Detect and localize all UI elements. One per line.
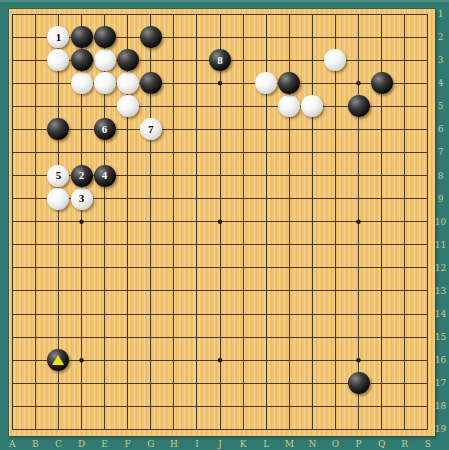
intersection-R15[interactable] bbox=[393, 326, 416, 349]
intersection-B8[interactable] bbox=[24, 164, 47, 187]
intersection-L8[interactable] bbox=[255, 164, 278, 187]
intersection-H10[interactable] bbox=[162, 210, 185, 233]
intersection-Q12[interactable] bbox=[370, 256, 393, 279]
intersection-N2[interactable] bbox=[301, 26, 324, 49]
intersection-J16[interactable] bbox=[209, 349, 232, 372]
intersection-P15[interactable] bbox=[347, 326, 370, 349]
intersection-D13[interactable] bbox=[70, 279, 93, 302]
intersection-K9[interactable] bbox=[232, 187, 255, 210]
intersection-F13[interactable] bbox=[116, 279, 139, 302]
stone-black-F3[interactable] bbox=[117, 49, 139, 71]
intersection-C11[interactable] bbox=[47, 233, 70, 256]
intersection-E16[interactable] bbox=[93, 349, 116, 372]
intersection-H2[interactable] bbox=[162, 26, 185, 49]
intersection-G1[interactable] bbox=[139, 3, 162, 26]
intersection-P11[interactable] bbox=[347, 233, 370, 256]
intersection-R11[interactable] bbox=[393, 233, 416, 256]
intersection-J4[interactable] bbox=[209, 72, 232, 95]
stone-white-F5[interactable] bbox=[117, 95, 139, 117]
intersection-N12[interactable] bbox=[301, 256, 324, 279]
intersection-G8[interactable] bbox=[139, 164, 162, 187]
intersection-K11[interactable] bbox=[232, 233, 255, 256]
intersection-B13[interactable] bbox=[24, 279, 47, 302]
intersection-P14[interactable] bbox=[347, 303, 370, 326]
intersection-F7[interactable] bbox=[116, 141, 139, 164]
intersection-C14[interactable] bbox=[47, 303, 70, 326]
intersection-K12[interactable] bbox=[232, 256, 255, 279]
intersection-F12[interactable] bbox=[116, 256, 139, 279]
intersection-P6[interactable] bbox=[347, 118, 370, 141]
stone-black-D2[interactable] bbox=[71, 26, 93, 48]
intersection-J7[interactable] bbox=[209, 141, 232, 164]
intersection-L14[interactable] bbox=[255, 303, 278, 326]
intersection-J8[interactable] bbox=[209, 164, 232, 187]
intersection-Q6[interactable] bbox=[370, 118, 393, 141]
intersection-G10[interactable] bbox=[139, 210, 162, 233]
intersection-F10[interactable] bbox=[116, 210, 139, 233]
intersection-L7[interactable] bbox=[255, 141, 278, 164]
intersection-F17[interactable] bbox=[116, 372, 139, 395]
intersection-Q14[interactable] bbox=[370, 303, 393, 326]
intersection-K14[interactable] bbox=[232, 303, 255, 326]
intersection-P7[interactable] bbox=[347, 141, 370, 164]
intersection-D15[interactable] bbox=[70, 326, 93, 349]
intersection-J10[interactable] bbox=[209, 210, 232, 233]
intersection-M3[interactable] bbox=[278, 49, 301, 72]
intersection-R10[interactable] bbox=[393, 210, 416, 233]
intersection-I1[interactable] bbox=[185, 3, 208, 26]
intersection-N14[interactable] bbox=[301, 303, 324, 326]
intersection-E10[interactable] bbox=[93, 210, 116, 233]
intersection-M15[interactable] bbox=[278, 326, 301, 349]
intersection-M7[interactable] bbox=[278, 141, 301, 164]
intersection-P9[interactable] bbox=[347, 187, 370, 210]
intersection-E13[interactable] bbox=[93, 279, 116, 302]
intersection-D12[interactable] bbox=[70, 256, 93, 279]
stone-black-D8[interactable]: 2 bbox=[71, 165, 93, 187]
intersection-H14[interactable] bbox=[162, 303, 185, 326]
intersection-M17[interactable] bbox=[278, 372, 301, 395]
intersection-Q9[interactable] bbox=[370, 187, 393, 210]
intersection-M14[interactable] bbox=[278, 303, 301, 326]
intersection-F9[interactable] bbox=[116, 187, 139, 210]
intersection-K13[interactable] bbox=[232, 279, 255, 302]
intersection-G12[interactable] bbox=[139, 256, 162, 279]
intersection-A6[interactable] bbox=[1, 118, 24, 141]
intersection-L15[interactable] bbox=[255, 326, 278, 349]
intersection-C13[interactable] bbox=[47, 279, 70, 302]
intersection-O6[interactable] bbox=[324, 118, 347, 141]
intersection-A2[interactable] bbox=[1, 26, 24, 49]
intersection-P16[interactable] bbox=[347, 349, 370, 372]
intersection-Q10[interactable] bbox=[370, 210, 393, 233]
intersection-O8[interactable] bbox=[324, 164, 347, 187]
intersection-O5[interactable] bbox=[324, 95, 347, 118]
intersection-B17[interactable] bbox=[24, 372, 47, 395]
intersection-G15[interactable] bbox=[139, 326, 162, 349]
stone-black-G2[interactable] bbox=[140, 26, 162, 48]
intersection-K17[interactable] bbox=[232, 372, 255, 395]
stone-black-P5[interactable] bbox=[348, 95, 370, 117]
stone-black-D3[interactable] bbox=[71, 49, 93, 71]
stone-white-G6[interactable]: 7 bbox=[140, 118, 162, 140]
intersection-N16[interactable] bbox=[301, 349, 324, 372]
stone-black-E2[interactable] bbox=[94, 26, 116, 48]
intersection-O15[interactable] bbox=[324, 326, 347, 349]
intersection-Q5[interactable] bbox=[370, 95, 393, 118]
intersection-I3[interactable] bbox=[185, 49, 208, 72]
intersection-N3[interactable] bbox=[301, 49, 324, 72]
intersection-R2[interactable] bbox=[393, 26, 416, 49]
intersection-O9[interactable] bbox=[324, 187, 347, 210]
intersection-Q3[interactable] bbox=[370, 49, 393, 72]
intersection-A12[interactable] bbox=[1, 256, 24, 279]
intersection-D10[interactable] bbox=[70, 210, 93, 233]
stone-white-C9[interactable] bbox=[47, 188, 69, 210]
intersection-A5[interactable] bbox=[1, 95, 24, 118]
intersection-G18[interactable] bbox=[139, 395, 162, 418]
intersection-F1[interactable] bbox=[116, 3, 139, 26]
intersection-P12[interactable] bbox=[347, 256, 370, 279]
intersection-B2[interactable] bbox=[24, 26, 47, 49]
intersection-G17[interactable] bbox=[139, 372, 162, 395]
intersection-N10[interactable] bbox=[301, 210, 324, 233]
intersection-E15[interactable] bbox=[93, 326, 116, 349]
intersection-L9[interactable] bbox=[255, 187, 278, 210]
intersection-I4[interactable] bbox=[185, 72, 208, 95]
intersection-D7[interactable] bbox=[70, 141, 93, 164]
intersection-A14[interactable] bbox=[1, 303, 24, 326]
intersection-L11[interactable] bbox=[255, 233, 278, 256]
intersection-M9[interactable] bbox=[278, 187, 301, 210]
intersection-K16[interactable] bbox=[232, 349, 255, 372]
intersection-I13[interactable] bbox=[185, 279, 208, 302]
intersection-O18[interactable] bbox=[324, 395, 347, 418]
intersection-E12[interactable] bbox=[93, 256, 116, 279]
intersection-K1[interactable] bbox=[232, 3, 255, 26]
intersection-L12[interactable] bbox=[255, 256, 278, 279]
intersection-E11[interactable] bbox=[93, 233, 116, 256]
intersection-A9[interactable] bbox=[1, 187, 24, 210]
intersection-K15[interactable] bbox=[232, 326, 255, 349]
intersection-M18[interactable] bbox=[278, 395, 301, 418]
intersection-H12[interactable] bbox=[162, 256, 185, 279]
intersection-A8[interactable] bbox=[1, 164, 24, 187]
intersection-A15[interactable] bbox=[1, 326, 24, 349]
intersection-I12[interactable] bbox=[185, 256, 208, 279]
stone-white-D4[interactable] bbox=[71, 72, 93, 94]
intersection-O17[interactable] bbox=[324, 372, 347, 395]
intersection-J15[interactable] bbox=[209, 326, 232, 349]
intersection-H3[interactable] bbox=[162, 49, 185, 72]
intersection-D18[interactable] bbox=[70, 395, 93, 418]
intersection-M11[interactable] bbox=[278, 233, 301, 256]
intersection-J14[interactable] bbox=[209, 303, 232, 326]
intersection-Q18[interactable] bbox=[370, 395, 393, 418]
intersection-N8[interactable] bbox=[301, 164, 324, 187]
stone-black-Q4[interactable] bbox=[371, 72, 393, 94]
intersection-B4[interactable] bbox=[24, 72, 47, 95]
stone-white-C8[interactable]: 5 bbox=[47, 165, 69, 187]
intersection-P4[interactable] bbox=[347, 72, 370, 95]
intersection-M10[interactable] bbox=[278, 210, 301, 233]
intersection-C18[interactable] bbox=[47, 395, 70, 418]
intersection-R6[interactable] bbox=[393, 118, 416, 141]
intersection-I7[interactable] bbox=[185, 141, 208, 164]
intersection-N4[interactable] bbox=[301, 72, 324, 95]
intersection-H6[interactable] bbox=[162, 118, 185, 141]
intersection-L5[interactable] bbox=[255, 95, 278, 118]
intersection-C12[interactable] bbox=[47, 256, 70, 279]
intersection-Q15[interactable] bbox=[370, 326, 393, 349]
intersection-I14[interactable] bbox=[185, 303, 208, 326]
intersection-Q16[interactable] bbox=[370, 349, 393, 372]
intersection-J2[interactable] bbox=[209, 26, 232, 49]
intersection-C5[interactable] bbox=[47, 95, 70, 118]
intersection-K5[interactable] bbox=[232, 95, 255, 118]
intersection-C17[interactable] bbox=[47, 372, 70, 395]
intersection-L18[interactable] bbox=[255, 395, 278, 418]
intersection-E5[interactable] bbox=[93, 95, 116, 118]
intersection-A7[interactable] bbox=[1, 141, 24, 164]
intersection-R13[interactable] bbox=[393, 279, 416, 302]
intersection-A10[interactable] bbox=[1, 210, 24, 233]
intersection-A1[interactable] bbox=[1, 3, 24, 26]
intersection-P10[interactable] bbox=[347, 210, 370, 233]
stone-black-E8[interactable]: 4 bbox=[94, 165, 116, 187]
intersection-L16[interactable] bbox=[255, 349, 278, 372]
intersection-P18[interactable] bbox=[347, 395, 370, 418]
intersection-R1[interactable] bbox=[393, 3, 416, 26]
intersection-B1[interactable] bbox=[24, 3, 47, 26]
intersection-E17[interactable] bbox=[93, 372, 116, 395]
intersection-J12[interactable] bbox=[209, 256, 232, 279]
intersection-B9[interactable] bbox=[24, 187, 47, 210]
intersection-G5[interactable] bbox=[139, 95, 162, 118]
intersection-K3[interactable] bbox=[232, 49, 255, 72]
intersection-J5[interactable] bbox=[209, 95, 232, 118]
intersection-G11[interactable] bbox=[139, 233, 162, 256]
intersection-G16[interactable] bbox=[139, 349, 162, 372]
intersection-B5[interactable] bbox=[24, 95, 47, 118]
stone-white-F4[interactable] bbox=[117, 72, 139, 94]
intersection-E14[interactable] bbox=[93, 303, 116, 326]
intersection-R3[interactable] bbox=[393, 49, 416, 72]
intersection-G9[interactable] bbox=[139, 187, 162, 210]
intersection-H11[interactable] bbox=[162, 233, 185, 256]
intersection-R8[interactable] bbox=[393, 164, 416, 187]
intersection-H5[interactable] bbox=[162, 95, 185, 118]
intersection-B10[interactable] bbox=[24, 210, 47, 233]
intersection-C1[interactable] bbox=[47, 3, 70, 26]
intersection-L17[interactable] bbox=[255, 372, 278, 395]
intersection-P2[interactable] bbox=[347, 26, 370, 49]
intersection-D6[interactable] bbox=[70, 118, 93, 141]
intersection-O10[interactable] bbox=[324, 210, 347, 233]
intersection-K2[interactable] bbox=[232, 26, 255, 49]
intersection-A18[interactable] bbox=[1, 395, 24, 418]
intersection-A13[interactable] bbox=[1, 279, 24, 302]
intersection-D11[interactable] bbox=[70, 233, 93, 256]
intersection-I18[interactable] bbox=[185, 395, 208, 418]
intersection-B14[interactable] bbox=[24, 303, 47, 326]
intersection-M6[interactable] bbox=[278, 118, 301, 141]
intersection-O12[interactable] bbox=[324, 256, 347, 279]
intersection-C4[interactable] bbox=[47, 72, 70, 95]
intersection-H1[interactable] bbox=[162, 3, 185, 26]
intersection-F6[interactable] bbox=[116, 118, 139, 141]
intersection-B7[interactable] bbox=[24, 141, 47, 164]
intersection-M12[interactable] bbox=[278, 256, 301, 279]
intersection-M16[interactable] bbox=[278, 349, 301, 372]
intersection-H16[interactable] bbox=[162, 349, 185, 372]
intersection-P1[interactable] bbox=[347, 3, 370, 26]
intersection-R9[interactable] bbox=[393, 187, 416, 210]
intersection-Q1[interactable] bbox=[370, 3, 393, 26]
intersection-O7[interactable] bbox=[324, 141, 347, 164]
intersection-N15[interactable] bbox=[301, 326, 324, 349]
intersection-R12[interactable] bbox=[393, 256, 416, 279]
intersection-N6[interactable] bbox=[301, 118, 324, 141]
intersection-K7[interactable] bbox=[232, 141, 255, 164]
intersection-F15[interactable] bbox=[116, 326, 139, 349]
intersection-H7[interactable] bbox=[162, 141, 185, 164]
intersection-J1[interactable] bbox=[209, 3, 232, 26]
intersection-B3[interactable] bbox=[24, 49, 47, 72]
intersection-D17[interactable] bbox=[70, 372, 93, 395]
intersection-M1[interactable] bbox=[278, 3, 301, 26]
intersection-N7[interactable] bbox=[301, 141, 324, 164]
intersection-K10[interactable] bbox=[232, 210, 255, 233]
intersection-I9[interactable] bbox=[185, 187, 208, 210]
intersection-I6[interactable] bbox=[185, 118, 208, 141]
intersection-H9[interactable] bbox=[162, 187, 185, 210]
intersection-N17[interactable] bbox=[301, 372, 324, 395]
intersection-G13[interactable] bbox=[139, 279, 162, 302]
intersection-E9[interactable] bbox=[93, 187, 116, 210]
intersection-C10[interactable] bbox=[47, 210, 70, 233]
intersection-J17[interactable] bbox=[209, 372, 232, 395]
intersection-K4[interactable] bbox=[232, 72, 255, 95]
intersection-L1[interactable] bbox=[255, 3, 278, 26]
intersection-L10[interactable] bbox=[255, 210, 278, 233]
intersection-M2[interactable] bbox=[278, 26, 301, 49]
intersection-H18[interactable] bbox=[162, 395, 185, 418]
intersection-N18[interactable] bbox=[301, 395, 324, 418]
intersection-H8[interactable] bbox=[162, 164, 185, 187]
intersection-O4[interactable] bbox=[324, 72, 347, 95]
intersection-F16[interactable] bbox=[116, 349, 139, 372]
intersection-H13[interactable] bbox=[162, 279, 185, 302]
intersection-A3[interactable] bbox=[1, 49, 24, 72]
stone-white-E4[interactable] bbox=[94, 72, 116, 94]
stone-white-D9[interactable]: 3 bbox=[71, 188, 93, 210]
intersection-Q2[interactable] bbox=[370, 26, 393, 49]
intersection-A16[interactable] bbox=[1, 349, 24, 372]
intersection-I17[interactable] bbox=[185, 372, 208, 395]
intersection-Q13[interactable] bbox=[370, 279, 393, 302]
intersection-O13[interactable] bbox=[324, 279, 347, 302]
intersection-R4[interactable] bbox=[393, 72, 416, 95]
intersection-Q7[interactable] bbox=[370, 141, 393, 164]
intersection-J13[interactable] bbox=[209, 279, 232, 302]
intersection-L2[interactable] bbox=[255, 26, 278, 49]
intersection-I16[interactable] bbox=[185, 349, 208, 372]
intersection-R5[interactable] bbox=[393, 95, 416, 118]
intersection-K6[interactable] bbox=[232, 118, 255, 141]
intersection-B12[interactable] bbox=[24, 256, 47, 279]
intersection-A11[interactable] bbox=[1, 233, 24, 256]
intersection-I5[interactable] bbox=[185, 95, 208, 118]
intersection-F14[interactable] bbox=[116, 303, 139, 326]
intersection-D1[interactable] bbox=[70, 3, 93, 26]
intersection-N1[interactable] bbox=[301, 3, 324, 26]
intersection-B6[interactable] bbox=[24, 118, 47, 141]
intersection-C7[interactable] bbox=[47, 141, 70, 164]
intersection-R16[interactable] bbox=[393, 349, 416, 372]
intersection-I8[interactable] bbox=[185, 164, 208, 187]
intersection-J11[interactable] bbox=[209, 233, 232, 256]
intersection-D14[interactable] bbox=[70, 303, 93, 326]
intersection-Q17[interactable] bbox=[370, 372, 393, 395]
intersection-E1[interactable] bbox=[93, 3, 116, 26]
intersection-G7[interactable] bbox=[139, 141, 162, 164]
intersection-C15[interactable] bbox=[47, 326, 70, 349]
intersection-F18[interactable] bbox=[116, 395, 139, 418]
intersection-J18[interactable] bbox=[209, 395, 232, 418]
intersection-I15[interactable] bbox=[185, 326, 208, 349]
intersection-G3[interactable] bbox=[139, 49, 162, 72]
intersection-E18[interactable] bbox=[93, 395, 116, 418]
intersection-O11[interactable] bbox=[324, 233, 347, 256]
stone-white-E3[interactable] bbox=[94, 49, 116, 71]
intersection-N9[interactable] bbox=[301, 187, 324, 210]
intersection-J6[interactable] bbox=[209, 118, 232, 141]
intersection-O1[interactable] bbox=[324, 3, 347, 26]
intersection-F8[interactable] bbox=[116, 164, 139, 187]
intersection-A4[interactable] bbox=[1, 72, 24, 95]
intersection-P8[interactable] bbox=[347, 164, 370, 187]
intersection-O2[interactable] bbox=[324, 26, 347, 49]
intersection-F11[interactable] bbox=[116, 233, 139, 256]
intersection-N11[interactable] bbox=[301, 233, 324, 256]
intersection-F2[interactable] bbox=[116, 26, 139, 49]
intersection-H17[interactable] bbox=[162, 372, 185, 395]
intersection-H15[interactable] bbox=[162, 326, 185, 349]
intersection-P3[interactable] bbox=[347, 49, 370, 72]
intersection-B11[interactable] bbox=[24, 233, 47, 256]
intersection-I11[interactable] bbox=[185, 233, 208, 256]
intersection-B18[interactable] bbox=[24, 395, 47, 418]
intersection-H4[interactable] bbox=[162, 72, 185, 95]
intersection-E7[interactable] bbox=[93, 141, 116, 164]
intersection-G14[interactable] bbox=[139, 303, 162, 326]
intersection-B15[interactable] bbox=[24, 326, 47, 349]
intersection-Q11[interactable] bbox=[370, 233, 393, 256]
intersection-O14[interactable] bbox=[324, 303, 347, 326]
intersection-R17[interactable] bbox=[393, 372, 416, 395]
intersection-K8[interactable] bbox=[232, 164, 255, 187]
stone-black-J3[interactable]: 8 bbox=[209, 49, 231, 71]
intersection-A17[interactable] bbox=[1, 372, 24, 395]
intersection-L3[interactable] bbox=[255, 49, 278, 72]
intersection-M13[interactable] bbox=[278, 279, 301, 302]
intersection-N13[interactable] bbox=[301, 279, 324, 302]
intersection-R7[interactable] bbox=[393, 141, 416, 164]
intersection-P13[interactable] bbox=[347, 279, 370, 302]
stone-black-P17[interactable] bbox=[348, 372, 370, 394]
stone-black-G4[interactable] bbox=[140, 72, 162, 94]
